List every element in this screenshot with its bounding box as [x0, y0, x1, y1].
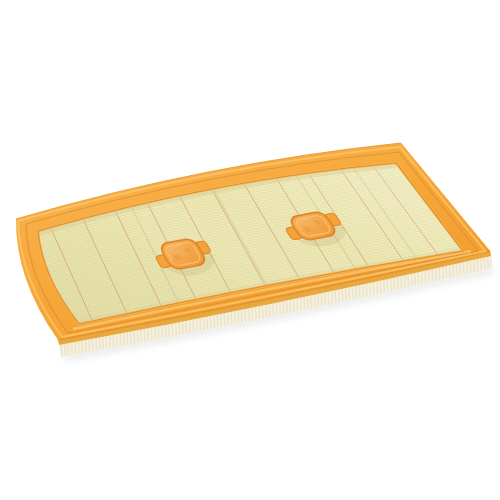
air-filter-illustration [0, 0, 500, 500]
product-photo-stage [0, 0, 500, 500]
